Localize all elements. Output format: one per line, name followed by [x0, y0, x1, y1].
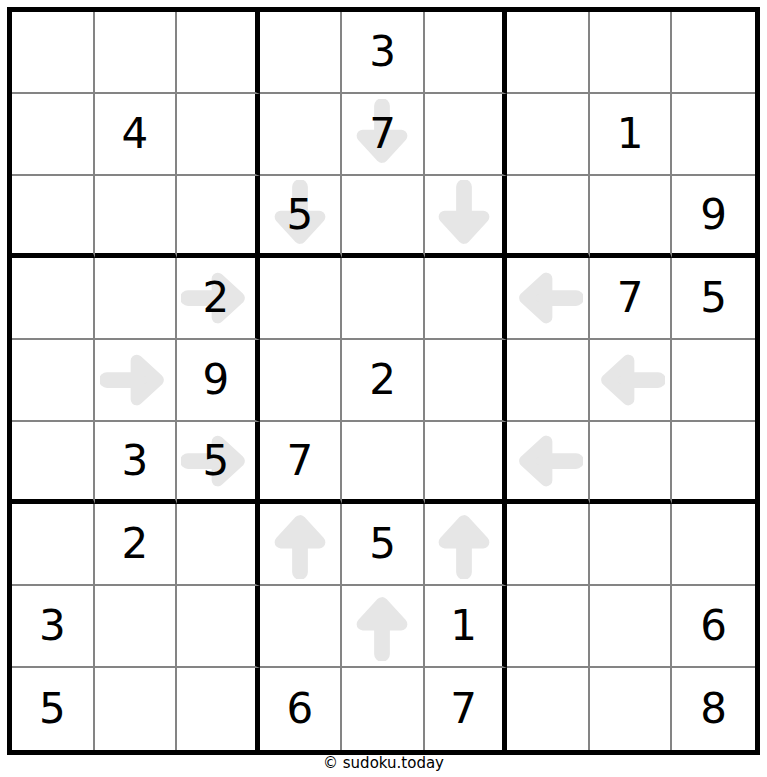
cell-r8c5[interactable] — [342, 586, 425, 668]
given-digit: 9 — [700, 194, 727, 236]
cell-r4c1[interactable] — [12, 258, 95, 340]
cell-r4c6[interactable] — [425, 258, 508, 340]
cell-r1c5[interactable]: 3 — [342, 12, 425, 94]
given-digit: 9 — [203, 359, 230, 401]
cell-r9c5[interactable] — [342, 668, 425, 750]
cell-r5c2[interactable] — [95, 340, 178, 422]
cell-r3c1[interactable] — [12, 176, 95, 258]
cell-r3c7[interactable] — [507, 176, 590, 258]
cell-r3c3[interactable] — [177, 176, 260, 258]
cell-r4c4[interactable] — [260, 258, 343, 340]
cell-r7c4[interactable] — [260, 504, 343, 586]
arrow-up-icon — [425, 504, 503, 584]
cell-r1c2[interactable] — [95, 12, 178, 94]
cell-r2c5[interactable]: 7 — [342, 94, 425, 176]
cell-r2c9[interactable] — [672, 94, 755, 176]
cell-r3c8[interactable] — [590, 176, 673, 258]
cell-r6c4[interactable]: 7 — [260, 422, 343, 504]
given-digit: 7 — [287, 440, 314, 482]
cell-r1c6[interactable] — [425, 12, 508, 94]
cell-r9c9[interactable]: 8 — [672, 668, 755, 750]
given-digit: 5 — [39, 688, 66, 730]
cell-r9c4[interactable]: 6 — [260, 668, 343, 750]
cell-r7c1[interactable] — [12, 504, 95, 586]
cell-r7c6[interactable] — [425, 504, 508, 586]
cell-r3c4[interactable]: 5 — [260, 176, 343, 258]
cell-r3c6[interactable] — [425, 176, 508, 258]
cell-r9c6[interactable]: 7 — [425, 668, 508, 750]
given-digit: 2 — [121, 523, 148, 565]
cell-r4c9[interactable]: 5 — [672, 258, 755, 340]
cell-r9c7[interactable] — [507, 668, 590, 750]
cell-r6c5[interactable] — [342, 422, 425, 504]
given-digit: 5 — [700, 277, 727, 319]
cell-r7c3[interactable] — [177, 504, 260, 586]
cell-r2c7[interactable] — [507, 94, 590, 176]
cell-r4c7[interactable] — [507, 258, 590, 340]
arrow-right-icon — [95, 340, 176, 420]
cell-r8c3[interactable] — [177, 586, 260, 668]
cell-r8c4[interactable] — [260, 586, 343, 668]
given-digit: 3 — [39, 605, 66, 647]
cell-r1c3[interactable] — [177, 12, 260, 94]
given-digit: 1 — [450, 605, 477, 647]
given-digit: 2 — [203, 277, 230, 319]
cell-r8c6[interactable]: 1 — [425, 586, 508, 668]
arrow-left-icon — [507, 258, 588, 338]
cell-r1c8[interactable] — [590, 12, 673, 94]
given-digit: 7 — [369, 113, 396, 155]
cell-r3c5[interactable] — [342, 176, 425, 258]
given-digit: 8 — [700, 688, 727, 730]
cell-r8c8[interactable] — [590, 586, 673, 668]
cell-r2c4[interactable] — [260, 94, 343, 176]
site-credit: © sudoku.today — [0, 754, 767, 772]
given-digit: 3 — [369, 31, 396, 73]
cell-r5c5[interactable]: 2 — [342, 340, 425, 422]
cell-r3c9[interactable]: 9 — [672, 176, 755, 258]
cell-r9c1[interactable]: 5 — [12, 668, 95, 750]
cell-r9c2[interactable] — [95, 668, 178, 750]
given-digit: 1 — [617, 113, 644, 155]
cell-r7c8[interactable] — [590, 504, 673, 586]
given-digit: 3 — [121, 440, 148, 482]
arrow-up-icon — [260, 504, 341, 584]
arrow-up-icon — [342, 586, 423, 666]
arrow-left-icon — [507, 422, 588, 499]
cell-r9c8[interactable] — [590, 668, 673, 750]
given-digit: 5 — [203, 440, 230, 482]
cell-r6c6[interactable] — [425, 422, 508, 504]
cell-r2c3[interactable] — [177, 94, 260, 176]
cell-r4c3[interactable]: 2 — [177, 258, 260, 340]
cell-r7c9[interactable] — [672, 504, 755, 586]
cell-r5c1[interactable] — [12, 340, 95, 422]
cell-r1c7[interactable] — [507, 12, 590, 94]
cell-r9c3[interactable] — [177, 668, 260, 750]
cell-r8c7[interactable] — [507, 586, 590, 668]
cell-r6c1[interactable] — [12, 422, 95, 504]
cell-r8c2[interactable] — [95, 586, 178, 668]
cell-r1c4[interactable] — [260, 12, 343, 94]
cell-r4c5[interactable] — [342, 258, 425, 340]
cell-r5c9[interactable] — [672, 340, 755, 422]
cell-r2c2[interactable]: 4 — [95, 94, 178, 176]
given-digit: 7 — [450, 688, 477, 730]
cell-r5c7[interactable] — [507, 340, 590, 422]
given-digit: 7 — [617, 277, 644, 319]
cell-r8c9[interactable]: 6 — [672, 586, 755, 668]
cell-r2c1[interactable] — [12, 94, 95, 176]
cell-r6c3[interactable]: 5 — [177, 422, 260, 504]
given-digit: 6 — [287, 688, 314, 730]
cell-r7c7[interactable] — [507, 504, 590, 586]
cell-r4c2[interactable] — [95, 258, 178, 340]
cell-r6c9[interactable] — [672, 422, 755, 504]
cell-r1c9[interactable] — [672, 12, 755, 94]
cell-r2c6[interactable] — [425, 94, 508, 176]
arrow-down-icon — [425, 176, 503, 253]
given-digit: 6 — [700, 605, 727, 647]
cell-r7c2[interactable]: 2 — [95, 504, 178, 586]
cell-r6c7[interactable] — [507, 422, 590, 504]
cell-r2c8[interactable]: 1 — [590, 94, 673, 176]
given-digit: 5 — [369, 523, 396, 565]
cell-r5c3[interactable]: 9 — [177, 340, 260, 422]
cell-r5c8[interactable] — [590, 340, 673, 422]
cell-r7c5[interactable]: 5 — [342, 504, 425, 586]
arrow-left-icon — [590, 340, 671, 420]
cell-r6c2[interactable]: 3 — [95, 422, 178, 504]
cell-r4c8[interactable]: 7 — [590, 258, 673, 340]
cell-r5c6[interactable] — [425, 340, 508, 422]
given-digit: 2 — [369, 359, 396, 401]
cell-r8c1[interactable]: 3 — [12, 586, 95, 668]
cell-r6c8[interactable] — [590, 422, 673, 504]
cell-r1c1[interactable] — [12, 12, 95, 94]
cell-r5c4[interactable] — [260, 340, 343, 422]
given-digit: 4 — [121, 113, 148, 155]
given-digit: 5 — [287, 194, 314, 236]
sudoku-board: 34715927592357253165678 — [7, 7, 760, 755]
cell-r3c2[interactable] — [95, 176, 178, 258]
